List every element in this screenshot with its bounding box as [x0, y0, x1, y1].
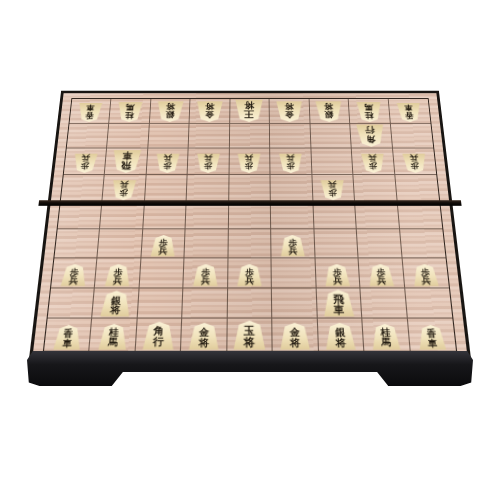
piece-kanji-char: 角: [366, 135, 376, 144]
board-square-r1c6[interactable]: 金将: [270, 99, 310, 124]
piece-kanji-char: 行: [365, 126, 375, 135]
piece-kanji-char: 車: [405, 104, 414, 111]
piece-kanji-char: 馬: [381, 338, 391, 348]
piece-kanji-char: 兵: [158, 247, 167, 255]
board-square-r2c1[interactable]: [67, 123, 110, 148]
sente-rook-piece[interactable]: 飛車: [323, 290, 355, 317]
board-square-r9c2[interactable]: 桂馬: [90, 319, 138, 351]
piece-kanji-char: 車: [122, 151, 132, 160]
sente-pawn-piece[interactable]: 歩兵: [104, 264, 130, 286]
piece-kanji-char: 将: [324, 102, 333, 110]
piece-kanji-char: 将: [110, 305, 121, 315]
board-square-r7c1[interactable]: 歩兵: [51, 258, 98, 288]
board-square-r6c4[interactable]: [185, 230, 229, 259]
sente-pawn-piece[interactable]: 歩兵: [280, 235, 305, 256]
gote-pawn-piece[interactable]: 歩兵: [361, 154, 386, 173]
gote-lance-piece[interactable]: 香車: [77, 103, 102, 122]
gote-pawn-piece[interactable]: 歩兵: [72, 154, 97, 173]
board-square-r3c6[interactable]: 歩兵: [270, 149, 312, 175]
piece-kanji-char: 兵: [81, 154, 90, 162]
board-square-r1c3[interactable]: 銀将: [150, 99, 191, 124]
board-square-r5c7[interactable]: [313, 202, 357, 230]
board-square-r9c1[interactable]: 香車: [44, 319, 93, 351]
board-square-r8c7[interactable]: 飛車: [316, 288, 362, 319]
piece-kanji-char: 歩: [329, 189, 338, 197]
board-square-r8c1[interactable]: [48, 288, 96, 319]
sente-lance-piece[interactable]: 香車: [417, 325, 446, 350]
piece-kanji-char: 兵: [245, 276, 254, 285]
piece-kanji-char: 桂: [365, 111, 374, 119]
board-square-r9c3[interactable]: 角行: [136, 319, 183, 351]
board-square-r5c6[interactable]: [271, 202, 314, 230]
board-square-r9c5[interactable]: 玉将: [227, 319, 273, 351]
sente-silver-piece[interactable]: 銀将: [325, 323, 356, 350]
sente-pawn-piece[interactable]: 歩兵: [412, 264, 439, 286]
shogi-set-photo: 香車桂馬銀将金将王将金将銀将桂馬香車角行歩兵飛車歩兵歩兵歩兵歩兵歩兵歩兵歩兵歩兵…: [0, 0, 500, 500]
board-square-r6c1[interactable]: [54, 230, 100, 259]
board-square-r7c7[interactable]: 歩兵: [315, 258, 360, 288]
gote-pawn-piece[interactable]: 歩兵: [238, 154, 261, 173]
board-square-r6c7[interactable]: [314, 230, 359, 259]
board-square-r8c2[interactable]: 銀将: [93, 288, 140, 319]
gote-gold-piece[interactable]: 金将: [196, 101, 223, 122]
gote-knight-piece[interactable]: 桂馬: [356, 102, 382, 122]
sente-pawn-piece[interactable]: 歩兵: [237, 264, 262, 286]
gote-pawn-piece[interactable]: 歩兵: [402, 154, 427, 173]
board-square-r8c3[interactable]: [138, 288, 184, 319]
board-square-r2c6[interactable]: [270, 123, 311, 148]
board-grid: 香車桂馬銀将金将王将金将銀将桂馬香車角行歩兵飛車歩兵歩兵歩兵歩兵歩兵歩兵歩兵歩兵…: [43, 98, 457, 352]
piece-kanji-char: 将: [285, 102, 294, 110]
board-square-r6c8[interactable]: [357, 230, 402, 259]
piece-kanji-char: 行: [153, 337, 164, 348]
board-square-r1c2[interactable]: 桂馬: [110, 99, 152, 124]
board-square-r3c7[interactable]: [311, 149, 353, 175]
piece-kanji-char: 兵: [201, 276, 210, 285]
piece-kanji-char: 歩: [120, 189, 129, 197]
piece-kanji-char: 将: [244, 337, 255, 349]
piece-kanji-char: 歩: [286, 162, 294, 170]
piece-kanji-char: 将: [335, 338, 346, 348]
piece-kanji-char: 銀: [325, 110, 334, 118]
board-square-r2c4[interactable]: [189, 123, 230, 148]
board-square-r7c3[interactable]: [139, 258, 184, 288]
sente-king-piece[interactable]: 玉将: [233, 321, 265, 350]
board-square-r2c3[interactable]: [148, 123, 190, 148]
piece-kanji-char: 兵: [368, 154, 377, 162]
piece-kanji-char: 金: [285, 110, 294, 118]
board-square-r7c2[interactable]: 歩兵: [95, 258, 141, 288]
board-square-r1c5[interactable]: 王将: [230, 99, 270, 124]
piece-kanji-char: 将: [205, 102, 214, 110]
board-square-r6c3[interactable]: 歩兵: [141, 230, 186, 259]
board-square-r6c6[interactable]: 歩兵: [271, 230, 315, 259]
board-square-r1c1[interactable]: 香車: [69, 99, 111, 124]
board-square-r1c4[interactable]: 金将: [190, 99, 230, 124]
gote-pawn-piece[interactable]: 歩兵: [196, 154, 220, 173]
piece-kanji-char: 銀: [165, 110, 174, 118]
board-square-r3c2[interactable]: 飛車: [105, 149, 148, 175]
piece-kanji-char: 車: [62, 339, 72, 348]
board-square-r3c3[interactable]: 歩兵: [147, 149, 189, 175]
board-square-r1c8[interactable]: 桂馬: [349, 99, 391, 124]
piece-kanji-char: 歩: [80, 162, 89, 170]
sente-gold-piece[interactable]: 金将: [280, 323, 311, 350]
piece-kanji-char: 馬: [364, 103, 373, 111]
board-square-r8c8[interactable]: [361, 288, 408, 319]
board-square-r9c8[interactable]: 桂馬: [362, 319, 410, 351]
board-square-r2c8[interactable]: 角行: [350, 123, 392, 148]
board-square-r3c8[interactable]: 歩兵: [352, 149, 395, 175]
piece-kanji-char: 歩: [410, 162, 419, 170]
sente-lance-piece[interactable]: 香車: [53, 325, 82, 350]
board-square-r4c8[interactable]: [353, 175, 397, 202]
board-square-r8c5[interactable]: [227, 288, 272, 319]
gote-pawn-piece[interactable]: 歩兵: [155, 154, 179, 173]
piece-kanji-char: 馬: [107, 338, 117, 348]
sente-silver-piece[interactable]: 銀将: [100, 291, 131, 317]
board-square-r5c1[interactable]: [58, 202, 103, 230]
gote-lance-piece[interactable]: 香車: [397, 103, 422, 122]
board-square-r7c4[interactable]: 歩兵: [184, 258, 229, 288]
piece-kanji-char: 兵: [286, 154, 294, 162]
piece-kanji-char: 将: [245, 101, 255, 110]
board-square-r1c9[interactable]: 香車: [388, 99, 430, 124]
board-square-r5c2[interactable]: [100, 202, 144, 230]
board-square-r4c2[interactable]: 歩兵: [103, 175, 147, 202]
gote-rook-piece[interactable]: 飛車: [111, 150, 141, 173]
sente-pawn-piece[interactable]: 歩兵: [324, 264, 350, 286]
piece-kanji-char: 歩: [204, 162, 212, 170]
piece-kanji-char: 兵: [333, 276, 342, 285]
board-square-r7c8[interactable]: 歩兵: [359, 258, 405, 288]
gote-pawn-piece[interactable]: 歩兵: [279, 154, 303, 173]
sente-pawn-piece[interactable]: 歩兵: [193, 264, 218, 286]
board-square-r4c3[interactable]: [145, 175, 188, 202]
piece-kanji-char: 歩: [369, 162, 378, 170]
board-square-r8c6[interactable]: [272, 288, 317, 319]
piece-kanji-char: 桂: [125, 111, 134, 119]
board-square-r8c4[interactable]: [183, 288, 228, 319]
board-square-r1c7[interactable]: 銀将: [309, 99, 350, 124]
piece-kanji-char: 兵: [204, 154, 212, 162]
sente-knight-piece[interactable]: 桂馬: [371, 324, 401, 350]
sente-bishop-piece[interactable]: 角行: [142, 322, 174, 350]
sente-pawn-piece[interactable]: 歩兵: [150, 235, 175, 256]
board-square-r4c4[interactable]: [187, 175, 229, 202]
shogi-board: 香車桂馬銀将金将王将金将銀将桂馬香車角行歩兵飛車歩兵歩兵歩兵歩兵歩兵歩兵歩兵歩兵…: [28, 91, 471, 365]
piece-kanji-char: 兵: [113, 276, 122, 285]
piece-kanji-char: 兵: [409, 154, 418, 162]
board-square-r4c7[interactable]: 歩兵: [312, 175, 355, 202]
board-square-r5c4[interactable]: [186, 202, 229, 230]
piece-kanji-char: 歩: [245, 162, 253, 170]
board-square-r4c1[interactable]: [61, 175, 105, 202]
gote-knight-piece[interactable]: 桂馬: [117, 102, 143, 122]
piece-kanji-char: 兵: [377, 276, 386, 285]
board-square-r4c5[interactable]: [229, 175, 271, 202]
board-square-r5c5[interactable]: [229, 202, 272, 230]
board-square-r2c9[interactable]: [390, 123, 433, 148]
board-square-r9c7[interactable]: 銀将: [317, 319, 364, 351]
piece-kanji-char: 歩: [163, 162, 172, 170]
piece-kanji-char: 飛: [121, 160, 131, 169]
board-stand-base: [27, 351, 473, 386]
piece-kanji-char: 兵: [288, 247, 297, 255]
gote-pawn-piece[interactable]: 歩兵: [112, 180, 137, 200]
fold-hinge-line: [38, 200, 461, 206]
board-square-r6c2[interactable]: [98, 230, 143, 259]
board-square-r6c5[interactable]: [228, 230, 271, 259]
piece-kanji-char: 将: [199, 338, 209, 348]
piece-kanji-char: 将: [166, 102, 175, 110]
board-square-r5c9[interactable]: [397, 202, 442, 230]
piece-kanji-char: 車: [427, 339, 437, 348]
gote-pawn-piece[interactable]: 歩兵: [321, 180, 346, 200]
piece-kanji-char: 金: [205, 110, 214, 118]
piece-kanji-char: 車: [86, 104, 95, 111]
sente-gold-piece[interactable]: 金将: [189, 323, 220, 350]
board-square-r8c9[interactable]: [405, 288, 453, 319]
gote-gold-piece[interactable]: 金将: [276, 101, 303, 122]
board-square-r7c6[interactable]: [272, 258, 317, 288]
sente-pawn-piece[interactable]: 歩兵: [368, 264, 394, 286]
board-square-r3c1[interactable]: 歩兵: [64, 149, 108, 175]
board-square-r5c8[interactable]: [355, 202, 399, 230]
piece-kanji-char: 車: [333, 305, 344, 316]
board-square-r4c9[interactable]: [395, 175, 439, 202]
board-square-r9c4[interactable]: 金将: [181, 319, 227, 351]
piece-kanji-char: 馬: [126, 103, 135, 111]
board-square-r7c9[interactable]: 歩兵: [402, 258, 449, 288]
gote-silver-piece[interactable]: 銀将: [156, 101, 183, 122]
piece-kanji-char: 兵: [163, 154, 172, 162]
gote-king-piece[interactable]: 王将: [235, 99, 263, 121]
piece-kanji-char: 兵: [421, 276, 431, 285]
piece-kanji-char: 将: [290, 338, 300, 348]
piece-kanji-char: 兵: [68, 276, 78, 285]
board-square-r3c5[interactable]: 歩兵: [229, 149, 270, 175]
board-square-r9c6[interactable]: 金将: [272, 319, 318, 351]
piece-kanji-char: 兵: [328, 181, 337, 189]
piece-kanji-char: 兵: [245, 154, 253, 162]
sente-knight-piece[interactable]: 桂馬: [98, 324, 128, 350]
piece-kanji-char: 兵: [120, 181, 129, 189]
board-square-r3c4[interactable]: 歩兵: [188, 149, 230, 175]
board-square-r7c5[interactable]: 歩兵: [228, 258, 272, 288]
board-tilt-wrapper: 香車桂馬銀将金将王将金将銀将桂馬香車角行歩兵飛車歩兵歩兵歩兵歩兵歩兵歩兵歩兵歩兵…: [28, 91, 471, 365]
board-square-r6c9[interactable]: [400, 230, 446, 259]
board-square-r5c3[interactable]: [143, 202, 187, 230]
gote-bishop-piece[interactable]: 角行: [356, 125, 385, 147]
board-square-r9c9[interactable]: 香車: [407, 319, 456, 351]
sente-pawn-piece[interactable]: 歩兵: [60, 264, 87, 286]
board-square-r2c2[interactable]: [107, 123, 149, 148]
board-square-r2c5[interactable]: [230, 123, 271, 148]
board-square-r3c9[interactable]: 歩兵: [393, 149, 437, 175]
board-square-r2c7[interactable]: [310, 123, 352, 148]
piece-kanji-char: 王: [245, 109, 255, 118]
board-square-r4c6[interactable]: [271, 175, 313, 202]
gote-silver-piece[interactable]: 銀将: [316, 101, 343, 122]
